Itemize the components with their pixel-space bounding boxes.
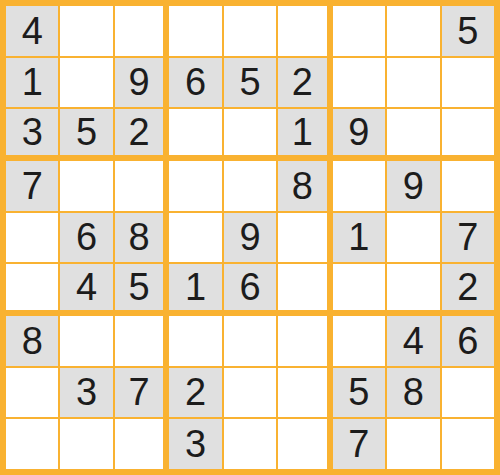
cell-r6c6[interactable] <box>278 264 330 314</box>
cell-r4c9[interactable] <box>442 161 494 211</box>
cell-r2c5[interactable]: 5 <box>224 58 276 108</box>
cell-r6c5[interactable]: 6 <box>224 264 276 314</box>
cell-r1c5[interactable] <box>224 6 276 56</box>
cell-r7c3[interactable] <box>115 316 167 366</box>
cell-r8c3[interactable]: 7 <box>115 368 167 418</box>
cell-r2c7[interactable] <box>333 58 385 108</box>
cell-r1c1[interactable]: 4 <box>6 6 58 56</box>
cell-r9c3[interactable] <box>115 419 167 469</box>
cell-r1c3[interactable] <box>115 6 167 56</box>
cell-r6c3[interactable]: 5 <box>115 264 167 314</box>
cell-r7c7[interactable] <box>333 316 385 366</box>
cell-r9c9[interactable] <box>442 419 494 469</box>
cell-r3c4[interactable] <box>169 109 221 159</box>
cell-r9c5[interactable] <box>224 419 276 469</box>
cell-r8c8[interactable]: 8 <box>387 368 439 418</box>
cell-r8c2[interactable]: 3 <box>60 368 112 418</box>
cell-r2c1[interactable]: 1 <box>6 58 58 108</box>
cell-r9c2[interactable] <box>60 419 112 469</box>
cell-r8c6[interactable] <box>278 368 330 418</box>
cell-r3c6[interactable]: 1 <box>278 109 330 159</box>
cell-r9c4[interactable]: 3 <box>169 419 221 469</box>
cell-r5c7[interactable]: 1 <box>333 213 385 263</box>
cell-r2c9[interactable] <box>442 58 494 108</box>
cell-r2c2[interactable] <box>60 58 112 108</box>
cell-r7c1[interactable]: 8 <box>6 316 58 366</box>
cell-r1c9[interactable]: 5 <box>442 6 494 56</box>
cell-r3c5[interactable] <box>224 109 276 159</box>
cell-r5c8[interactable] <box>387 213 439 263</box>
cell-r4c4[interactable] <box>169 161 221 211</box>
cell-r7c9[interactable]: 6 <box>442 316 494 366</box>
cell-r8c1[interactable] <box>6 368 58 418</box>
cell-r4c1[interactable]: 7 <box>6 161 58 211</box>
cell-r5c3[interactable]: 8 <box>115 213 167 263</box>
cell-r1c8[interactable] <box>387 6 439 56</box>
cell-r2c6[interactable]: 2 <box>278 58 330 108</box>
cell-r6c9[interactable]: 2 <box>442 264 494 314</box>
cell-r3c8[interactable] <box>387 109 439 159</box>
cell-r6c1[interactable] <box>6 264 58 314</box>
cell-r5c2[interactable]: 6 <box>60 213 112 263</box>
cell-r4c6[interactable]: 8 <box>278 161 330 211</box>
cell-r9c6[interactable] <box>278 419 330 469</box>
cell-r9c8[interactable] <box>387 419 439 469</box>
cell-r3c7[interactable]: 9 <box>333 109 385 159</box>
cell-r7c6[interactable] <box>278 316 330 366</box>
cell-r5c5[interactable]: 9 <box>224 213 276 263</box>
cell-r6c7[interactable] <box>333 264 385 314</box>
cell-r5c4[interactable] <box>169 213 221 263</box>
cell-r9c1[interactable] <box>6 419 58 469</box>
cell-r3c3[interactable]: 2 <box>115 109 167 159</box>
cell-r9c7[interactable]: 7 <box>333 419 385 469</box>
cell-r2c3[interactable]: 9 <box>115 58 167 108</box>
cell-r4c2[interactable] <box>60 161 112 211</box>
cell-r7c4[interactable] <box>169 316 221 366</box>
cell-r6c2[interactable]: 4 <box>60 264 112 314</box>
cell-r2c8[interactable] <box>387 58 439 108</box>
cell-r4c5[interactable] <box>224 161 276 211</box>
cell-r4c8[interactable]: 9 <box>387 161 439 211</box>
cell-r4c3[interactable] <box>115 161 167 211</box>
cell-r7c2[interactable] <box>60 316 112 366</box>
cell-r1c6[interactable] <box>278 6 330 56</box>
cell-r1c2[interactable] <box>60 6 112 56</box>
cell-r1c7[interactable] <box>333 6 385 56</box>
cell-r8c4[interactable]: 2 <box>169 368 221 418</box>
cell-r5c1[interactable] <box>6 213 58 263</box>
cell-r3c1[interactable]: 3 <box>6 109 58 159</box>
cell-r8c9[interactable] <box>442 368 494 418</box>
cell-r7c8[interactable]: 4 <box>387 316 439 366</box>
cell-r7c5[interactable] <box>224 316 276 366</box>
cell-r3c2[interactable]: 5 <box>60 109 112 159</box>
cell-r5c6[interactable] <box>278 213 330 263</box>
cell-r8c5[interactable] <box>224 368 276 418</box>
cell-r8c7[interactable]: 5 <box>333 368 385 418</box>
cell-r4c7[interactable] <box>333 161 385 211</box>
cell-r3c9[interactable] <box>442 109 494 159</box>
cell-r6c4[interactable]: 1 <box>169 264 221 314</box>
cell-r2c4[interactable]: 6 <box>169 58 221 108</box>
sudoku-board: 45196523521978968917451628463725837 <box>0 0 500 475</box>
cell-r1c4[interactable] <box>169 6 221 56</box>
cell-r6c8[interactable] <box>387 264 439 314</box>
cell-r5c9[interactable]: 7 <box>442 213 494 263</box>
